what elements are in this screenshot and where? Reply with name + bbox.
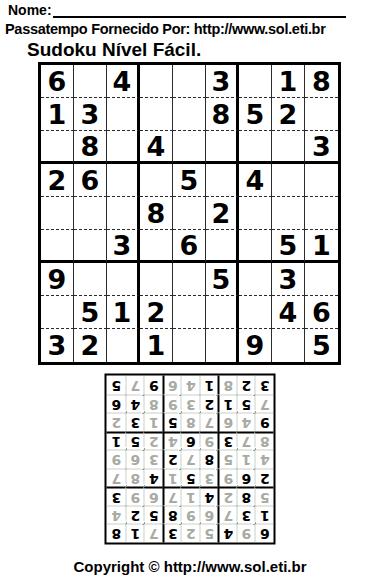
puzzle-cell-r5c4: 8 <box>140 197 173 230</box>
solution-cell-r1c8: 1 <box>126 524 145 543</box>
name-blank-line <box>53 3 346 18</box>
solution-cell-r3c3: 2 <box>218 487 237 506</box>
puzzle-cell-r3c7 <box>239 131 272 164</box>
solution-cell-r3c1: 5 <box>255 487 274 506</box>
solution-cell-r6c5: 6 <box>181 432 200 451</box>
solution-cell-r4c9: 7 <box>107 469 126 488</box>
puzzle-cell-r1c4 <box>140 65 173 98</box>
solution-cell-r9c4: 1 <box>200 376 219 395</box>
puzzle-cell-r1c5 <box>173 65 206 98</box>
puzzle-cell-r9c5 <box>173 329 206 362</box>
solution-cell-r8c3: 1 <box>218 395 237 414</box>
puzzle-cell-r2c8: 2 <box>272 98 305 131</box>
puzzle-cell-r3c3 <box>107 131 140 164</box>
puzzle-cell-r6c8: 5 <box>272 230 305 263</box>
puzzle-cell-r4c6 <box>206 164 239 197</box>
puzzle-cell-r9c4: 1 <box>140 329 173 362</box>
puzzle-cell-r4c2: 6 <box>74 164 107 197</box>
solution-cell-r1c6: 3 <box>163 524 182 543</box>
solution-cell-r5c8: 6 <box>126 450 145 469</box>
solution-cell-r4c4: 3 <box>200 469 219 488</box>
solution-cell-r8c1: 7 <box>255 395 274 414</box>
solution-cell-r5c9: 9 <box>107 450 126 469</box>
puzzle-cell-r8c4: 2 <box>140 296 173 329</box>
puzzle-cell-r3c5 <box>173 131 206 164</box>
solution-cell-r3c7: 6 <box>144 487 163 506</box>
solution-cell-r6c4: 9 <box>200 432 219 451</box>
solution-cell-r2c5: 9 <box>181 506 200 525</box>
puzzle-cell-r8c9: 6 <box>305 296 338 329</box>
puzzle-cell-r3c6 <box>206 131 239 164</box>
solution-cell-r4c1: 2 <box>255 469 274 488</box>
solution-cell-r5c7: 3 <box>144 450 163 469</box>
puzzle-cell-r5c3 <box>107 197 140 230</box>
puzzle-cell-r2c7: 5 <box>239 98 272 131</box>
puzzle-cell-r2c6: 8 <box>206 98 239 131</box>
solution-cell-r4c5: 5 <box>181 469 200 488</box>
puzzle-cell-r1c8: 1 <box>272 65 305 98</box>
solution-cell-r1c9: 8 <box>107 524 126 543</box>
solution-cell-r1c4: 5 <box>200 524 219 543</box>
solution-cell-r8c6: 9 <box>163 395 182 414</box>
solution-cell-r7c5: 8 <box>181 413 200 432</box>
solution-cell-r2c2: 3 <box>237 506 256 525</box>
puzzle-cell-r2c3 <box>107 98 140 131</box>
puzzle-cell-r8c7 <box>239 296 272 329</box>
solution-cell-r8c5: 3 <box>181 395 200 414</box>
puzzle-cell-r1c2 <box>74 65 107 98</box>
copyright-text: Copyright © http://www.sol.eti.br <box>0 558 380 575</box>
solution-cell-r4c6: 1 <box>163 469 182 488</box>
solution-cell-r6c2: 7 <box>237 432 256 451</box>
solution-cell-r7c8: 3 <box>126 413 145 432</box>
solution-cell-r1c7: 7 <box>144 524 163 543</box>
puzzle-cell-r6c1 <box>41 230 74 263</box>
puzzle-cell-r9c9: 5 <box>305 329 338 362</box>
puzzle-cell-r8c6 <box>206 296 239 329</box>
puzzle-cell-r5c7 <box>239 197 272 230</box>
solution-cell-r8c9: 6 <box>107 395 126 414</box>
puzzle-cell-r7c4 <box>140 263 173 296</box>
solution-cell-r7c7: 1 <box>144 413 163 432</box>
puzzle-cell-r7c5 <box>173 263 206 296</box>
puzzle-cell-r2c4 <box>140 98 173 131</box>
solution-cell-r1c3: 4 <box>218 524 237 543</box>
solution-cell-r4c3: 9 <box>218 469 237 488</box>
solution-cell-r2c6: 8 <box>163 506 182 525</box>
solution-cell-r8c7: 8 <box>144 395 163 414</box>
solution-cell-r4c7: 4 <box>144 469 163 488</box>
solution-cell-r5c5: 7 <box>181 450 200 469</box>
puzzle-cell-r6c6 <box>206 230 239 263</box>
puzzle-cell-r3c2: 8 <box>74 131 107 164</box>
solution-cell-r8c8: 4 <box>126 395 145 414</box>
puzzle-cell-r6c9: 1 <box>305 230 338 263</box>
solution-cell-r3c4: 4 <box>200 487 219 506</box>
solution-cell-r6c1: 8 <box>255 432 274 451</box>
puzzle-cell-r4c4 <box>140 164 173 197</box>
puzzle-cell-r1c9: 8 <box>305 65 338 98</box>
puzzle-cell-r6c3: 3 <box>107 230 140 263</box>
puzzle-cell-r3c1 <box>41 131 74 164</box>
solution-cell-r6c6: 4 <box>163 432 182 451</box>
solution-cell-r2c3: 7 <box>218 506 237 525</box>
solution-cell-r9c5: 4 <box>181 376 200 395</box>
solution-cell-r3c2: 8 <box>237 487 256 506</box>
solution-cell-r1c5: 2 <box>181 524 200 543</box>
solution-cell-r7c1: 9 <box>255 413 274 432</box>
puzzle-cell-r1c3: 4 <box>107 65 140 98</box>
solution-cell-r7c6: 5 <box>163 413 182 432</box>
solution-cell-r5c6: 2 <box>163 450 182 469</box>
solution-cell-r7c9: 2 <box>107 413 126 432</box>
puzzle-cell-r9c7: 9 <box>239 329 272 362</box>
puzzle-cell-r9c8 <box>272 329 305 362</box>
solution-cell-r2c7: 5 <box>144 506 163 525</box>
puzzle-cell-r8c2: 5 <box>74 296 107 329</box>
provided-by-text: Passatempo Fornecido Por: http://www.sol… <box>5 21 377 37</box>
solution-cell-r7c4: 7 <box>200 413 219 432</box>
solution-cell-r9c8: 7 <box>126 376 145 395</box>
solution-cell-r2c1: 1 <box>255 506 274 525</box>
puzzle-cell-r1c1: 6 <box>41 65 74 98</box>
puzzle-cell-r9c6 <box>206 329 239 362</box>
puzzle-cell-r9c2: 2 <box>74 329 107 362</box>
puzzle-cell-r4c5: 5 <box>173 164 206 197</box>
puzzle-cell-r2c1: 1 <box>41 98 74 131</box>
sudoku-puzzle-grid: 643181385284326548236519535124632195 <box>38 62 341 365</box>
puzzle-cell-r9c3 <box>107 329 140 362</box>
puzzle-cell-r8c3: 1 <box>107 296 140 329</box>
solution-cell-r1c1: 6 <box>255 524 274 543</box>
solution-cell-r6c7: 2 <box>144 432 163 451</box>
solution-cell-r4c2: 6 <box>237 469 256 488</box>
solution-cell-r9c9: 5 <box>107 376 126 395</box>
puzzle-cell-r1c6: 3 <box>206 65 239 98</box>
puzzle-cell-r9c1: 3 <box>41 329 74 362</box>
puzzle-cell-r5c5 <box>173 197 206 230</box>
puzzle-cell-r4c1: 2 <box>41 164 74 197</box>
solution-cell-r2c4: 6 <box>200 506 219 525</box>
solution-cell-r5c2: 1 <box>237 450 256 469</box>
solution-cell-r9c1: 3 <box>255 376 274 395</box>
puzzle-cell-r6c2 <box>74 230 107 263</box>
puzzle-cell-r7c2 <box>74 263 107 296</box>
puzzle-cell-r6c4 <box>140 230 173 263</box>
puzzle-cell-r1c7 <box>239 65 272 98</box>
puzzle-cell-r3c8 <box>272 131 305 164</box>
puzzle-cell-r2c9 <box>305 98 338 131</box>
puzzle-cell-r6c7 <box>239 230 272 263</box>
puzzle-cell-r6c5: 6 <box>173 230 206 263</box>
puzzle-cell-r7c3 <box>107 263 140 296</box>
puzzle-cell-r4c8 <box>272 164 305 197</box>
puzzle-cell-r4c3 <box>107 164 140 197</box>
puzzle-cell-r2c5 <box>173 98 206 131</box>
puzzle-cell-r5c8 <box>272 197 305 230</box>
solution-cell-r9c7: 9 <box>144 376 163 395</box>
solution-cell-r3c6: 7 <box>163 487 182 506</box>
solution-cell-r2c8: 2 <box>126 506 145 525</box>
solution-cell-r3c9: 3 <box>107 487 126 506</box>
puzzle-cell-r4c7: 4 <box>239 164 272 197</box>
puzzle-cell-r5c9 <box>305 197 338 230</box>
puzzle-cell-r5c1 <box>41 197 74 230</box>
solution-cell-r9c6: 6 <box>163 376 182 395</box>
solution-cell-r7c2: 4 <box>237 413 256 432</box>
puzzle-cell-r7c1: 9 <box>41 263 74 296</box>
puzzle-cell-r3c4: 4 <box>140 131 173 164</box>
puzzle-cell-r8c8: 4 <box>272 296 305 329</box>
name-label: Nome: <box>8 2 52 18</box>
puzzle-cell-r8c1 <box>41 296 74 329</box>
puzzle-cell-r3c9: 3 <box>305 131 338 164</box>
puzzle-cell-r2c2: 3 <box>74 98 107 131</box>
sudoku-solution-grid-rotated: 6945237181376985245824176932693514874158… <box>105 374 276 545</box>
solution-cell-r1c2: 9 <box>237 524 256 543</box>
solution-cell-r9c2: 2 <box>237 376 256 395</box>
puzzle-cell-r8c5 <box>173 296 206 329</box>
puzzle-cell-r5c6: 2 <box>206 197 239 230</box>
puzzle-cell-r7c8: 3 <box>272 263 305 296</box>
solution-cell-r7c3: 6 <box>218 413 237 432</box>
solution-cell-r6c8: 5 <box>126 432 145 451</box>
name-row: Nome: <box>8 2 346 18</box>
puzzle-cell-r5c2 <box>74 197 107 230</box>
solution-cell-r8c2: 5 <box>237 395 256 414</box>
solution-cell-r3c5: 1 <box>181 487 200 506</box>
page-title: Sudoku Nível Fácil. <box>27 39 201 61</box>
solution-cell-r8c4: 2 <box>200 395 219 414</box>
solution-cell-r4c8: 8 <box>126 469 145 488</box>
solution-cell-r3c8: 9 <box>126 487 145 506</box>
solution-cell-r2c9: 4 <box>107 506 126 525</box>
solution-cell-r5c4: 8 <box>200 450 219 469</box>
solution-cell-r9c3: 8 <box>218 376 237 395</box>
puzzle-cell-r7c9 <box>305 263 338 296</box>
puzzle-cell-r7c6: 5 <box>206 263 239 296</box>
puzzle-cell-r4c9 <box>305 164 338 197</box>
puzzle-cell-r7c7 <box>239 263 272 296</box>
solution-cell-r6c9: 1 <box>107 432 126 451</box>
solution-cell-r5c3: 5 <box>218 450 237 469</box>
solution-cell-r6c3: 3 <box>218 432 237 451</box>
solution-cell-r5c1: 4 <box>255 450 274 469</box>
